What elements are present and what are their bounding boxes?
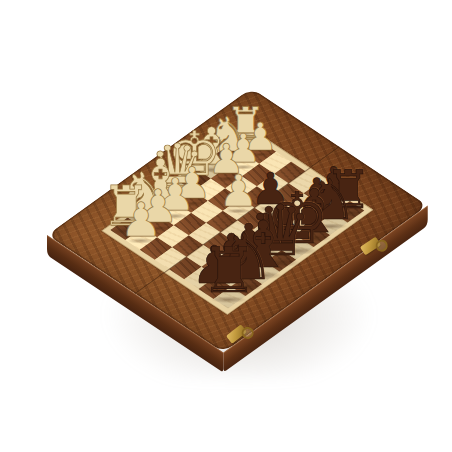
- chess-set-photo: ♜♞♝♛♚♝♞♜♟♟♟♟♟♟♟♟♜♞♝♛♚♝♞♜♟♟♟♟♟♟♟♟: [0, 0, 452, 452]
- pieces-layer: ♜♞♝♛♚♝♞♜♟♟♟♟♟♟♟♟♜♞♝♛♚♝♞♜♟♟♟♟♟♟♟♟: [0, 0, 452, 452]
- piece-white-pawn-a2[interactable]: ♟: [120, 195, 162, 242]
- piece-black-rook-a8[interactable]: ♜: [201, 240, 257, 303]
